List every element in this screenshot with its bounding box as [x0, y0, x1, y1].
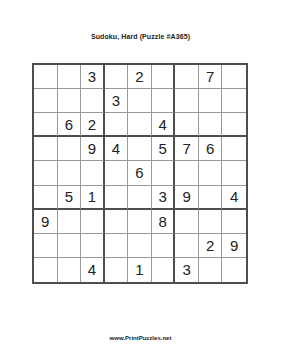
cell-r6c6: 3	[152, 186, 176, 210]
cell-r2c8[interactable]	[199, 89, 223, 113]
cell-r6c8[interactable]	[199, 186, 223, 210]
cell-r4c9[interactable]	[222, 137, 246, 161]
cell-r9c5: 1	[128, 258, 152, 282]
cell-r4c6: 5	[152, 137, 176, 161]
cell-r7c5[interactable]	[128, 210, 152, 234]
cell-r1c5: 2	[128, 65, 152, 89]
cell-r9c8[interactable]	[199, 258, 223, 282]
cell-r5c3[interactable]	[81, 161, 105, 185]
cell-r5c2[interactable]	[58, 161, 82, 185]
cell-r8c9: 9	[222, 234, 246, 258]
cell-r1c3: 3	[81, 65, 105, 89]
footer-url: www.PrintPuzzles.net	[0, 335, 281, 341]
cell-r5c8[interactable]	[199, 161, 223, 185]
cell-r4c2[interactable]	[58, 137, 82, 161]
cell-r7c3[interactable]	[81, 210, 105, 234]
cell-r3c6: 4	[152, 113, 176, 137]
cell-r2c5[interactable]	[128, 89, 152, 113]
cell-r2c4: 3	[105, 89, 129, 113]
cell-r2c6[interactable]	[152, 89, 176, 113]
cell-r4c4: 4	[105, 137, 129, 161]
cell-r6c3: 1	[81, 186, 105, 210]
cell-r2c3[interactable]	[81, 89, 105, 113]
cell-r3c2: 6	[58, 113, 82, 137]
cell-r3c7[interactable]	[175, 113, 199, 137]
cell-r3c8[interactable]	[199, 113, 223, 137]
cell-r2c2[interactable]	[58, 89, 82, 113]
cell-r8c4[interactable]	[105, 234, 129, 258]
cell-r3c3: 2	[81, 113, 105, 137]
cell-r8c8: 2	[199, 234, 223, 258]
cell-r7c4[interactable]	[105, 210, 129, 234]
cell-r3c5[interactable]	[128, 113, 152, 137]
cell-r7c2[interactable]	[58, 210, 82, 234]
cell-r4c7: 7	[175, 137, 199, 161]
cell-r3c4[interactable]	[105, 113, 129, 137]
cell-r8c7[interactable]	[175, 234, 199, 258]
cell-r6c9: 4	[222, 186, 246, 210]
cell-r5c7[interactable]	[175, 161, 199, 185]
cell-r5c4[interactable]	[105, 161, 129, 185]
cell-r4c3: 9	[81, 137, 105, 161]
cell-r6c7: 9	[175, 186, 199, 210]
cell-r7c8[interactable]	[199, 210, 223, 234]
cell-r5c5: 6	[128, 161, 152, 185]
cell-r8c1[interactable]	[34, 234, 58, 258]
cell-r3c9[interactable]	[222, 113, 246, 137]
cell-r8c6[interactable]	[152, 234, 176, 258]
cell-r9c7: 3	[175, 258, 199, 282]
cell-r7c9[interactable]	[222, 210, 246, 234]
cell-r9c4[interactable]	[105, 258, 129, 282]
cell-r6c2: 5	[58, 186, 82, 210]
cell-r9c6[interactable]	[152, 258, 176, 282]
puzzle-page: Sudoku, Hard (Puzzle #A365) 327362494576…	[0, 0, 281, 363]
cell-r4c5[interactable]	[128, 137, 152, 161]
cell-r1c8: 7	[199, 65, 223, 89]
cell-r7c6: 8	[152, 210, 176, 234]
cell-r6c4[interactable]	[105, 186, 129, 210]
cell-r9c3: 4	[81, 258, 105, 282]
cell-r9c9[interactable]	[222, 258, 246, 282]
cell-r1c7[interactable]	[175, 65, 199, 89]
cell-r8c2[interactable]	[58, 234, 82, 258]
sudoku-board: 3273624945766513949829413	[32, 63, 248, 284]
cell-r9c2[interactable]	[58, 258, 82, 282]
cell-r5c1[interactable]	[34, 161, 58, 185]
cell-r5c9[interactable]	[222, 161, 246, 185]
cell-r7c1: 9	[34, 210, 58, 234]
cell-r4c8: 6	[199, 137, 223, 161]
cell-r4c1[interactable]	[34, 137, 58, 161]
cell-r6c1[interactable]	[34, 186, 58, 210]
cell-r8c5[interactable]	[128, 234, 152, 258]
cell-r2c9[interactable]	[222, 89, 246, 113]
page-title: Sudoku, Hard (Puzzle #A365)	[0, 33, 281, 40]
cell-r6c5[interactable]	[128, 186, 152, 210]
cell-r2c7[interactable]	[175, 89, 199, 113]
cell-r1c6[interactable]	[152, 65, 176, 89]
cell-r9c1[interactable]	[34, 258, 58, 282]
cell-r2c1[interactable]	[34, 89, 58, 113]
cell-r5c6[interactable]	[152, 161, 176, 185]
cell-r1c1[interactable]	[34, 65, 58, 89]
cell-r8c3[interactable]	[81, 234, 105, 258]
cell-r1c4[interactable]	[105, 65, 129, 89]
cell-r1c2[interactable]	[58, 65, 82, 89]
cell-r1c9[interactable]	[222, 65, 246, 89]
cell-r3c1[interactable]	[34, 113, 58, 137]
cell-r7c7[interactable]	[175, 210, 199, 234]
